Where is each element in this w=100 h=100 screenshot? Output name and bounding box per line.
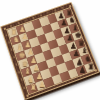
photo-background: abcdefgh abcdefgh 12345678 12345678 ♜♟♟♜… <box>0 0 100 100</box>
rank-label: 1 <box>5 34 8 37</box>
rank-label: 2 <box>8 41 11 44</box>
rank-label: 4 <box>13 56 16 59</box>
rank-label: 5 <box>15 63 18 67</box>
chess-board: abcdefgh abcdefgh 12345678 12345678 ♜♟♟♜… <box>0 2 100 100</box>
corner-inlay-icon <box>68 5 70 7</box>
rank-label: 6 <box>18 71 21 75</box>
piece-wP[interactable]: ♟ <box>37 81 46 89</box>
piece-bP[interactable]: ♟ <box>78 66 87 74</box>
rank-label: 7 <box>20 78 23 82</box>
corner-inlay-icon <box>3 27 5 29</box>
rank-label: 8 <box>23 86 26 90</box>
corner-inlay-icon <box>26 94 29 97</box>
piece-bR[interactable]: ♜ <box>86 63 95 71</box>
piece-wR[interactable]: ♜ <box>29 84 38 92</box>
rank-label: 3 <box>10 48 13 51</box>
square[interactable] <box>52 29 63 39</box>
chess-set-photo: abcdefgh abcdefgh 12345678 12345678 ♜♟♟♜… <box>0 0 100 100</box>
